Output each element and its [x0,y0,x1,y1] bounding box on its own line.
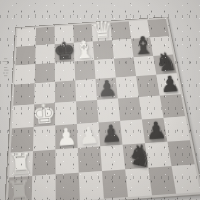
square-c4[interactable] [55,101,77,125]
board-photo: ı|·ıl¦ı ♛♚♝♝♞♟♟♚♟♟♟♟♜♞♜ [0,0,200,200]
square-f2[interactable]: ♞ [123,143,149,170]
piece-black-knight-f2[interactable]: ♞ [124,139,155,173]
piece-black-pawn-e5[interactable]: ♟ [96,78,117,101]
square-g1[interactable] [148,166,176,195]
piece-black-bishop-g7[interactable]: ♝ [131,32,155,58]
piece-white-pawn-d3[interactable]: ♟ [77,124,100,149]
square-d3[interactable]: ♟ [77,122,100,147]
square-c6[interactable] [55,61,75,82]
piece-white-rook-a1[interactable]: ♜ [4,175,33,200]
square-e5[interactable]: ♟ [96,78,118,100]
piece-black-pawn-h5[interactable]: ♟ [159,73,180,96]
square-b6[interactable] [35,62,55,83]
square-d2[interactable] [78,146,102,173]
piece-white-bishop-d7[interactable]: ♝ [72,36,96,62]
square-g7[interactable]: ♝ [131,37,153,57]
piece-black-pawn-e3[interactable]: ♟ [99,122,122,147]
square-d7[interactable]: ♝ [74,41,94,61]
square-b4[interactable]: ♚ [34,103,56,127]
square-f4[interactable] [118,97,142,121]
piece-white-pawn-c3[interactable]: ♟ [54,125,77,150]
chess-board: ♛♚♝♝♞♟♟♚♟♟♟♟♜♞♜ [5,17,200,200]
square-f6[interactable] [114,57,136,78]
square-c1[interactable] [56,173,80,200]
square-e7[interactable] [93,40,114,60]
square-a1[interactable]: ♜ [8,176,33,200]
square-a7[interactable] [15,45,35,65]
square-c3[interactable]: ♟ [55,124,78,149]
square-b7[interactable] [35,44,55,64]
piece-white-king-b4[interactable]: ♚ [31,99,57,128]
square-h1[interactable] [172,165,200,194]
square-a8[interactable] [17,28,37,47]
square-e3[interactable]: ♟ [99,121,123,146]
square-b1[interactable] [32,175,56,200]
square-e4[interactable] [97,99,120,123]
square-h2[interactable] [167,140,194,167]
board-perspective-wrap: ♛♚♝♝♞♟♟♚♟♟♟♟♜♞♜ [4,0,189,200]
square-e2[interactable] [100,144,125,171]
square-d5[interactable] [75,79,97,101]
square-d6[interactable] [75,60,96,81]
square-e8[interactable]: ♛ [92,23,112,42]
square-c2[interactable] [55,147,78,174]
square-f7[interactable] [112,39,134,59]
square-a6[interactable] [14,64,35,85]
square-h5[interactable]: ♟ [156,74,180,96]
square-b2[interactable] [32,149,55,176]
square-c5[interactable] [55,81,76,103]
square-c7[interactable]: ♚ [55,43,75,63]
square-b3[interactable] [33,125,55,150]
square-d1[interactable] [79,171,104,200]
square-g5[interactable] [136,75,160,97]
square-d4[interactable] [76,100,99,124]
square-f5[interactable] [116,76,139,98]
square-h4[interactable] [160,94,185,118]
square-e1[interactable] [102,170,128,199]
